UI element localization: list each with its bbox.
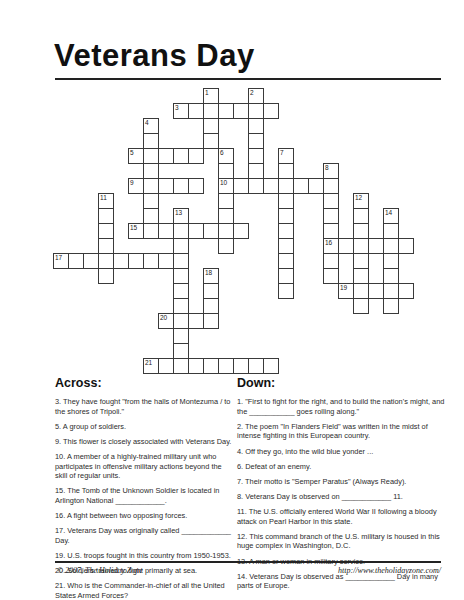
grid-cell-r12c18[interactable] — [323, 268, 339, 284]
grid-cell-r10c11[interactable] — [218, 238, 234, 254]
grid-cell-r5c13[interactable] — [248, 163, 264, 179]
grid-cell-r10c8[interactable] — [173, 238, 189, 254]
grid-cell-r11c22[interactable] — [383, 253, 399, 269]
grid-cell-r7c18[interactable] — [323, 193, 339, 209]
grid-cell-r8c15[interactable] — [278, 208, 294, 224]
grid-cell-r12c22[interactable] — [383, 268, 399, 284]
footer-divider — [55, 561, 441, 563]
grid-cell-r2c6[interactable]: 4 — [143, 118, 159, 134]
clue-number: 10 — [220, 179, 227, 186]
title-underline — [55, 78, 441, 80]
clue-number: 19 — [340, 284, 347, 291]
grid-cell-r13c15[interactable] — [278, 283, 294, 299]
grid-cell-r13c8[interactable] — [173, 283, 189, 299]
grid-cell-r10c19[interactable] — [338, 238, 354, 254]
grid-cell-r13c10[interactable] — [203, 283, 219, 299]
down-column: Down: 1. "First to fight for the right, … — [237, 376, 449, 596]
grid-cell-r9c11[interactable] — [218, 223, 234, 239]
grid-cell-r8c8[interactable]: 13 — [173, 208, 189, 224]
grid-cell-r10c21[interactable] — [368, 238, 384, 254]
grid-cell-r9c15[interactable] — [278, 223, 294, 239]
clue-number: 13 — [175, 209, 182, 216]
grid-cell-r10c3[interactable] — [98, 238, 114, 254]
page-title: Veterans Day — [54, 38, 255, 74]
grid-cell-r11c0[interactable]: 17 — [53, 253, 69, 269]
grid-cell-r18c9[interactable] — [188, 358, 204, 374]
grid-cell-r13c21[interactable] — [368, 283, 384, 299]
clue-number: 14 — [385, 209, 392, 216]
grid-cell-r9c3[interactable] — [98, 223, 114, 239]
clue-item-6: 6. Defeat of an enemy. — [237, 462, 449, 472]
grid-cell-r1c10[interactable] — [203, 103, 219, 119]
grid-cell-r11c4[interactable] — [113, 253, 129, 269]
grid-cell-r7c20[interactable]: 12 — [353, 193, 369, 209]
across-header: Across: — [55, 376, 233, 390]
grid-cell-r0c13[interactable]: 2 — [248, 88, 264, 104]
grid-cell-r6c6[interactable] — [143, 178, 159, 194]
grid-cell-r4c6[interactable] — [143, 148, 159, 164]
grid-cell-r10c23[interactable] — [398, 238, 414, 254]
grid-cell-r4c15[interactable]: 7 — [278, 148, 294, 164]
grid-cell-r11c2[interactable] — [83, 253, 99, 269]
grid-cell-r13c23[interactable] — [398, 283, 414, 299]
clue-item-3: 3. They have fought "from the halls of M… — [55, 397, 233, 416]
grid-cell-r4c11[interactable]: 6 — [218, 148, 234, 164]
grid-cell-r9c20[interactable] — [353, 223, 369, 239]
grid-cell-r5c15[interactable] — [278, 163, 294, 179]
grid-cell-r12c20[interactable] — [353, 268, 369, 284]
grid-cell-r8c18[interactable] — [323, 208, 339, 224]
grid-cell-r8c11[interactable] — [218, 208, 234, 224]
grid-cell-r4c9[interactable] — [188, 148, 204, 164]
clue-number: 8 — [325, 164, 329, 171]
clue-number: 2 — [250, 89, 254, 96]
clue-item-5: 5. A group of soldiers. — [55, 422, 233, 432]
grid-cell-r10c18[interactable]: 16 — [323, 238, 339, 254]
clue-number: 18 — [205, 269, 212, 276]
grid-cell-r13c22[interactable] — [383, 283, 399, 299]
grid-cell-r8c6[interactable] — [143, 208, 159, 224]
grid-cell-r4c7[interactable] — [158, 148, 174, 164]
grid-cell-r9c9[interactable] — [188, 223, 204, 239]
grid-cell-r2c10[interactable] — [203, 118, 219, 134]
grid-cell-r11c8[interactable] — [173, 253, 189, 269]
grid-cell-r11c5[interactable] — [128, 253, 144, 269]
grid-cell-r18c8[interactable] — [173, 358, 189, 374]
footer-copyright: © 2007, The Holiday Zone — [57, 566, 143, 575]
grid-cell-r1c13[interactable] — [248, 103, 264, 119]
grid-cell-r17c8[interactable] — [173, 343, 189, 359]
clue-number: 3 — [175, 104, 179, 111]
grid-cell-r4c8[interactable] — [173, 148, 189, 164]
grid-cell-r14c10[interactable] — [203, 298, 219, 314]
clue-item-17: 17. Veterans Day was originally called _… — [55, 526, 233, 545]
grid-cell-r6c16[interactable] — [293, 178, 309, 194]
grid-cell-r14c20[interactable] — [353, 298, 369, 314]
grid-cell-r11c6[interactable] — [143, 253, 159, 269]
grid-cell-r8c20[interactable] — [353, 208, 369, 224]
grid-cell-r18c6[interactable]: 21 — [143, 358, 159, 374]
grid-cell-r15c7[interactable]: 20 — [158, 313, 174, 329]
grid-cell-r7c11[interactable] — [218, 193, 234, 209]
grid-cell-r12c15[interactable] — [278, 268, 294, 284]
grid-cell-r2c13[interactable] — [248, 118, 264, 134]
clue-item-16: 16. A fight between two opposing forces. — [55, 511, 233, 521]
clue-number: 9 — [130, 179, 134, 186]
grid-cell-r12c3[interactable] — [98, 268, 114, 284]
clue-number: 4 — [145, 119, 149, 126]
grid-cell-r14c22[interactable] — [383, 298, 399, 314]
grid-cell-r11c15[interactable] — [278, 253, 294, 269]
grid-cell-r3c6[interactable] — [143, 133, 159, 149]
grid-cell-r9c22[interactable] — [383, 223, 399, 239]
grid-cell-r6c11[interactable]: 10 — [218, 178, 234, 194]
grid-cell-r8c22[interactable]: 14 — [383, 208, 399, 224]
grid-cell-r13c19[interactable]: 19 — [338, 283, 354, 299]
down-header: Down: — [237, 376, 449, 390]
clue-item-15: 15. The Tomb of the Unknown Soldier is l… — [55, 486, 233, 505]
grid-cell-r6c14[interactable] — [263, 178, 279, 194]
clue-number: 17 — [55, 254, 62, 261]
clue-item-4: 4. Off they go, into the wild blue yonde… — [237, 447, 449, 457]
clue-number: 12 — [355, 194, 362, 201]
grid-cell-r11c7[interactable] — [158, 253, 174, 269]
grid-cell-r0c10[interactable]: 1 — [203, 88, 219, 104]
grid-cell-r18c10[interactable] — [203, 358, 219, 374]
grid-cell-r6c18[interactable] — [323, 178, 339, 194]
grid-cell-r1c14[interactable] — [263, 103, 279, 119]
clue-item-2: 2. The poem "In Flanders Field" was writ… — [237, 422, 449, 441]
grid-cell-r9c18[interactable] — [323, 223, 339, 239]
grid-cell-r6c13[interactable] — [248, 178, 264, 194]
crossword-grid: 123456789101112131415161718192021 — [53, 88, 415, 375]
clue-item-9: 9. This flower is closely associated wit… — [55, 437, 233, 447]
grid-cell-r9c7[interactable] — [158, 223, 174, 239]
grid-cell-r6c7[interactable] — [158, 178, 174, 194]
grid-cell-r9c12[interactable] — [233, 223, 249, 239]
grid-cell-r1c12[interactable] — [233, 103, 249, 119]
grid-cell-r6c5[interactable]: 9 — [128, 178, 144, 194]
grid-cell-r6c9[interactable] — [188, 178, 204, 194]
grid-cell-r12c8[interactable] — [173, 268, 189, 284]
grid-cell-r15c10[interactable] — [203, 313, 219, 329]
grid-cell-r11c3[interactable] — [98, 253, 114, 269]
grid-cell-r6c12[interactable] — [233, 178, 249, 194]
grid-cell-r4c5[interactable]: 5 — [128, 148, 144, 164]
clue-number: 6 — [220, 149, 224, 156]
grid-cell-r8c3[interactable] — [98, 208, 114, 224]
clue-item-7: 7. Their motto is "Semper Paratus" (Alwa… — [237, 477, 449, 487]
footer-url[interactable]: http://www.theholidayzone.com/ — [338, 566, 441, 575]
grid-cell-r16c8[interactable] — [173, 328, 189, 344]
grid-cell-r9c10[interactable] — [203, 223, 219, 239]
clue-number: 16 — [325, 239, 332, 246]
grid-cell-r9c5[interactable]: 15 — [128, 223, 144, 239]
grid-cell-r7c3[interactable]: 11 — [98, 193, 114, 209]
clue-number: 1 — [205, 89, 209, 96]
clue-number: 20 — [160, 314, 167, 321]
grid-cell-r5c11[interactable] — [218, 163, 234, 179]
clue-item-21: 21. Who is the Commander-in-chief of all… — [55, 581, 233, 600]
grid-cell-r5c18[interactable]: 8 — [323, 163, 339, 179]
clue-item-12: 12. This command branch of the U.S. mili… — [237, 532, 449, 551]
grid-cell-r18c7[interactable] — [158, 358, 174, 374]
clue-item-19: 19. U.S. troops fought in this country f… — [55, 551, 233, 561]
grid-cell-r4c13[interactable] — [248, 148, 264, 164]
clue-item-8: 8. Veterans Day is observed on _________… — [237, 492, 449, 502]
grid-cell-r1c11[interactable] — [218, 103, 234, 119]
clue-number: 21 — [145, 359, 152, 366]
grid-cell-r6c8[interactable] — [173, 178, 189, 194]
clue-item-11: 11. The U.S. officially entered World Wa… — [237, 507, 449, 526]
grid-cell-r11c18[interactable] — [323, 253, 339, 269]
grid-cell-r10c15[interactable] — [278, 238, 294, 254]
grid-cell-r13c20[interactable] — [353, 283, 369, 299]
grid-cell-r3c13[interactable] — [248, 133, 264, 149]
grid-cell-r18c11[interactable] — [218, 358, 234, 374]
grid-cell-r14c8[interactable] — [173, 298, 189, 314]
clue-number: 7 — [280, 149, 284, 156]
grid-cell-r1c8[interactable]: 3 — [173, 103, 189, 119]
grid-cell-r18c12[interactable] — [233, 358, 249, 374]
clue-number: 15 — [130, 224, 137, 231]
clue-number: 5 — [130, 149, 134, 156]
grid-cell-r6c17[interactable] — [308, 178, 324, 194]
grid-cell-r18c14[interactable] — [263, 358, 279, 374]
clue-item-1: 1. "First to fight for the right, and to… — [237, 397, 449, 416]
grid-cell-r7c6[interactable] — [143, 193, 159, 209]
grid-cell-r18c13[interactable] — [248, 358, 264, 374]
grid-cell-r7c15[interactable] — [278, 193, 294, 209]
grid-cell-r11c20[interactable] — [353, 253, 369, 269]
grid-cell-r6c15[interactable] — [278, 178, 294, 194]
clue-item-10: 10. A member of a highly-trained militar… — [55, 452, 233, 481]
grid-cell-r11c1[interactable] — [68, 253, 84, 269]
grid-cell-r3c10[interactable] — [203, 133, 219, 149]
grid-cell-r12c10[interactable]: 18 — [203, 268, 219, 284]
grid-cell-r1c9[interactable] — [188, 103, 204, 119]
grid-cell-r15c9[interactable] — [188, 313, 204, 329]
grid-cell-r5c6[interactable] — [143, 163, 159, 179]
grid-cell-r15c8[interactable] — [173, 313, 189, 329]
grid-cell-r9c6[interactable] — [143, 223, 159, 239]
grid-cell-r10c22[interactable] — [383, 238, 399, 254]
clue-number: 11 — [100, 194, 107, 201]
grid-cell-r9c8[interactable] — [173, 223, 189, 239]
grid-cell-r10c20[interactable] — [353, 238, 369, 254]
